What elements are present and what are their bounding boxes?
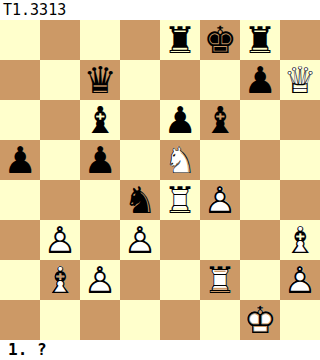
black-knight: ♞: [120, 180, 160, 220]
square-c3[interactable]: [80, 220, 120, 260]
white-bishop: ♝♗: [280, 220, 320, 260]
square-d7[interactable]: [120, 60, 160, 100]
white-queen: ♛♕: [280, 60, 320, 100]
square-b3[interactable]: ♟♙: [40, 220, 80, 260]
white-bishop: ♝♗: [40, 260, 80, 300]
square-a4[interactable]: [0, 180, 40, 220]
black-pawn: ♟: [160, 100, 200, 140]
square-e3[interactable]: [160, 220, 200, 260]
square-f7[interactable]: [200, 60, 240, 100]
square-e1[interactable]: [160, 300, 200, 340]
square-c6[interactable]: ♝: [80, 100, 120, 140]
white-pawn: ♟♙: [200, 180, 240, 220]
square-f2[interactable]: ♜♖: [200, 260, 240, 300]
black-bishop: ♝: [80, 100, 120, 140]
square-g4[interactable]: [240, 180, 280, 220]
square-g7[interactable]: ♟: [240, 60, 280, 100]
white-pawn: ♟♙: [280, 260, 320, 300]
black-rook: ♜: [240, 20, 280, 60]
square-a1[interactable]: [0, 300, 40, 340]
square-g2[interactable]: [240, 260, 280, 300]
black-king: ♚: [200, 20, 240, 60]
square-a2[interactable]: [0, 260, 40, 300]
white-pawn: ♟♙: [40, 220, 80, 260]
square-b6[interactable]: [40, 100, 80, 140]
square-f1[interactable]: [200, 300, 240, 340]
square-e4[interactable]: ♜♖: [160, 180, 200, 220]
square-a8[interactable]: [0, 20, 40, 60]
white-pawn: ♟♙: [120, 220, 160, 260]
square-e8[interactable]: ♜: [160, 20, 200, 60]
square-e6[interactable]: ♟: [160, 100, 200, 140]
white-king: ♚♔: [240, 300, 280, 340]
black-pawn: ♟: [0, 140, 40, 180]
move-prompt: 1. ?: [0, 340, 320, 360]
white-knight: ♞♘: [160, 140, 200, 180]
square-h8[interactable]: [280, 20, 320, 60]
square-d4[interactable]: ♞: [120, 180, 160, 220]
square-e5[interactable]: ♞♘: [160, 140, 200, 180]
square-h1[interactable]: [280, 300, 320, 340]
square-g3[interactable]: [240, 220, 280, 260]
square-h6[interactable]: [280, 100, 320, 140]
square-g6[interactable]: [240, 100, 280, 140]
square-f8[interactable]: ♚: [200, 20, 240, 60]
square-d1[interactable]: [120, 300, 160, 340]
square-d2[interactable]: [120, 260, 160, 300]
square-h2[interactable]: ♟♙: [280, 260, 320, 300]
square-a7[interactable]: [0, 60, 40, 100]
square-b2[interactable]: ♝♗: [40, 260, 80, 300]
square-h3[interactable]: ♝♗: [280, 220, 320, 260]
square-c2[interactable]: ♟♙: [80, 260, 120, 300]
white-rook: ♜♖: [160, 180, 200, 220]
square-g8[interactable]: ♜: [240, 20, 280, 60]
white-pawn: ♟♙: [80, 260, 120, 300]
square-f6[interactable]: ♝: [200, 100, 240, 140]
black-queen: ♛: [80, 60, 120, 100]
black-pawn: ♟: [80, 140, 120, 180]
black-rook: ♜: [160, 20, 200, 60]
square-e2[interactable]: [160, 260, 200, 300]
black-pawn: ♟: [240, 60, 280, 100]
square-f4[interactable]: ♟♙: [200, 180, 240, 220]
square-b1[interactable]: [40, 300, 80, 340]
square-c7[interactable]: ♛: [80, 60, 120, 100]
square-h5[interactable]: [280, 140, 320, 180]
chess-board: ♜♚♜♛♟♛♕♝♟♝♟♟♞♘♞♜♖♟♙♟♙♟♙♝♗♝♗♟♙♜♖♟♙♚♔: [0, 20, 320, 340]
square-c1[interactable]: [80, 300, 120, 340]
square-c5[interactable]: ♟: [80, 140, 120, 180]
square-g1[interactable]: ♚♔: [240, 300, 280, 340]
square-b5[interactable]: [40, 140, 80, 180]
square-c8[interactable]: [80, 20, 120, 60]
square-g5[interactable]: [240, 140, 280, 180]
square-d3[interactable]: ♟♙: [120, 220, 160, 260]
square-a6[interactable]: [0, 100, 40, 140]
square-c4[interactable]: [80, 180, 120, 220]
square-h4[interactable]: [280, 180, 320, 220]
square-b8[interactable]: [40, 20, 80, 60]
square-f5[interactable]: [200, 140, 240, 180]
square-f3[interactable]: [200, 220, 240, 260]
puzzle-title: T1.3313: [0, 0, 320, 20]
square-b4[interactable]: [40, 180, 80, 220]
square-d8[interactable]: [120, 20, 160, 60]
black-bishop: ♝: [200, 100, 240, 140]
square-a5[interactable]: ♟: [0, 140, 40, 180]
white-rook: ♜♖: [200, 260, 240, 300]
square-d5[interactable]: [120, 140, 160, 180]
square-d6[interactable]: [120, 100, 160, 140]
square-e7[interactable]: [160, 60, 200, 100]
chess-puzzle-window: T1.3313 ♜♚♜♛♟♛♕♝♟♝♟♟♞♘♞♜♖♟♙♟♙♟♙♝♗♝♗♟♙♜♖♟…: [0, 0, 320, 360]
square-b7[interactable]: [40, 60, 80, 100]
square-a3[interactable]: [0, 220, 40, 260]
square-h7[interactable]: ♛♕: [280, 60, 320, 100]
